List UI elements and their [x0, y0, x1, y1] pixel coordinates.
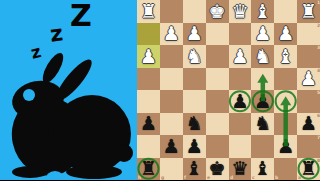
square-d2[interactable]: [229, 23, 252, 46]
piece-bP-b7[interactable]: ♟: [277, 137, 294, 156]
zzz-text-large: Z: [70, 1, 92, 31]
square-d3[interactable]: ♟: [229, 45, 252, 68]
square-d7[interactable]: [229, 135, 252, 158]
square-b7[interactable]: ♟: [274, 135, 297, 158]
square-h5[interactable]: [137, 90, 160, 113]
piece-bP-h6[interactable]: ♟: [140, 114, 157, 133]
square-h1[interactable]: ♜: [137, 0, 160, 23]
piece-wQ-d1[interactable]: ♛: [231, 2, 248, 21]
piece-wB-b3[interactable]: ♝: [277, 47, 294, 66]
square-b4[interactable]: [274, 68, 297, 91]
piece-wK-e1[interactable]: ♚: [209, 2, 226, 21]
square-f7[interactable]: ♟: [183, 135, 206, 158]
square-a6[interactable]: ♟6: [297, 113, 320, 136]
square-h8[interactable]: ♜h: [137, 158, 160, 181]
square-a4[interactable]: ♟4: [297, 68, 320, 91]
square-c2[interactable]: ♟: [251, 23, 274, 46]
piece-wP-c2[interactable]: ♟: [254, 24, 271, 43]
square-e4[interactable]: [206, 68, 229, 91]
square-b6[interactable]: [274, 113, 297, 136]
square-b2[interactable]: ♟: [274, 23, 297, 46]
zzz-text-medium: z: [49, 22, 64, 45]
piece-wP-d3[interactable]: ♟: [231, 47, 248, 66]
piece-wR-a1[interactable]: ♜: [300, 2, 317, 21]
square-h7[interactable]: [137, 135, 160, 158]
square-d6[interactable]: [229, 113, 252, 136]
piece-wB-c1[interactable]: ♝: [254, 2, 271, 21]
piece-bQ-d8[interactable]: ♛: [231, 159, 248, 178]
piece-bP-f7[interactable]: ♟: [186, 137, 203, 156]
piece-bP-a6[interactable]: ♟: [300, 114, 317, 133]
square-d1[interactable]: ♛: [229, 0, 252, 23]
piece-wR-h1[interactable]: ♜: [140, 2, 157, 21]
square-b1[interactable]: [274, 0, 297, 23]
square-a7[interactable]: 7: [297, 135, 320, 158]
square-g3[interactable]: [160, 45, 183, 68]
square-g2[interactable]: ♟: [160, 23, 183, 46]
square-g6[interactable]: [160, 113, 183, 136]
piece-bR-h8[interactable]: ♜: [140, 159, 157, 178]
square-f2[interactable]: ♟: [183, 23, 206, 46]
square-a5[interactable]: 5: [297, 90, 320, 113]
square-g7[interactable]: ♟: [160, 135, 183, 158]
piece-bK-e8[interactable]: ♚: [209, 159, 226, 178]
square-c7[interactable]: [251, 135, 274, 158]
square-b3[interactable]: ♝: [274, 45, 297, 68]
square-c5[interactable]: ♟: [251, 90, 274, 113]
rabbit-closed-eye: [23, 89, 35, 101]
coord-file-g: g: [161, 176, 164, 181]
square-f4[interactable]: [183, 68, 206, 91]
piece-wP-g2[interactable]: ♟: [163, 24, 180, 43]
piece-bN-c6[interactable]: ♞: [254, 114, 271, 133]
piece-bP-c5[interactable]: ♟: [254, 92, 271, 111]
square-g8[interactable]: g: [160, 158, 183, 181]
coord-file-b: b: [275, 176, 278, 181]
square-f5[interactable]: [183, 90, 206, 113]
screenshot-root: z z Z ♜♚♛♝♜1♟♟♟♟2♟♞♟♞♝3♟4♟♟5♟♞♞♟6♟♟♟7♜hg…: [0, 0, 320, 180]
square-c8[interactable]: ♝c: [251, 158, 274, 181]
square-c3[interactable]: ♞: [251, 45, 274, 68]
piece-bP-g7[interactable]: ♟: [163, 137, 180, 156]
square-e5[interactable]: [206, 90, 229, 113]
piece-bN-f6[interactable]: ♞: [186, 114, 203, 133]
square-g1[interactable]: [160, 0, 183, 23]
rabbit-silhouette-icon: [0, 0, 137, 180]
chess-board[interactable]: ♜♚♛♝♜1♟♟♟♟2♟♞♟♞♝3♟4♟♟5♟♞♞♟6♟♟♟7♜hg♝f♚e♛d…: [137, 0, 320, 180]
piece-bB-c8[interactable]: ♝: [254, 159, 271, 178]
square-d4[interactable]: [229, 68, 252, 91]
piece-bB-f8[interactable]: ♝: [186, 159, 203, 178]
square-f1[interactable]: [183, 0, 206, 23]
square-g5[interactable]: [160, 90, 183, 113]
square-f6[interactable]: ♞: [183, 113, 206, 136]
square-c1[interactable]: ♝: [251, 0, 274, 23]
square-a1[interactable]: ♜1: [297, 0, 320, 23]
square-a3[interactable]: 3: [297, 45, 320, 68]
square-a8[interactable]: ♜8a: [297, 158, 320, 181]
piece-wP-a4[interactable]: ♟: [300, 69, 317, 88]
square-b5[interactable]: [274, 90, 297, 113]
piece-wP-b2[interactable]: ♟: [277, 24, 294, 43]
square-d5[interactable]: ♟: [229, 90, 252, 113]
square-h3[interactable]: ♟: [137, 45, 160, 68]
square-e7[interactable]: [206, 135, 229, 158]
sleeping-rabbit-panel: z z Z: [0, 0, 137, 180]
square-e2[interactable]: [206, 23, 229, 46]
piece-wN-f3[interactable]: ♞: [186, 47, 203, 66]
square-e6[interactable]: [206, 113, 229, 136]
piece-bR-a8[interactable]: ♜: [300, 159, 317, 178]
square-g4[interactable]: [160, 68, 183, 91]
square-e3[interactable]: [206, 45, 229, 68]
piece-wN-c3[interactable]: ♞: [254, 47, 271, 66]
square-b8[interactable]: b: [274, 158, 297, 181]
square-h4[interactable]: [137, 68, 160, 91]
square-d8[interactable]: ♛d: [229, 158, 252, 181]
square-f3[interactable]: ♞: [183, 45, 206, 68]
square-e8[interactable]: ♚e: [206, 158, 229, 181]
piece-wP-f2[interactable]: ♟: [186, 24, 203, 43]
square-h6[interactable]: ♟: [137, 113, 160, 136]
square-c6[interactable]: ♞: [251, 113, 274, 136]
square-a2[interactable]: 2: [297, 23, 320, 46]
square-e1[interactable]: ♚: [206, 0, 229, 23]
square-c4[interactable]: [251, 68, 274, 91]
square-f8[interactable]: ♝f: [183, 158, 206, 181]
piece-wP-h3[interactable]: ♟: [140, 47, 157, 66]
piece-bP-d5[interactable]: ♟: [231, 92, 248, 111]
square-h2[interactable]: [137, 23, 160, 46]
